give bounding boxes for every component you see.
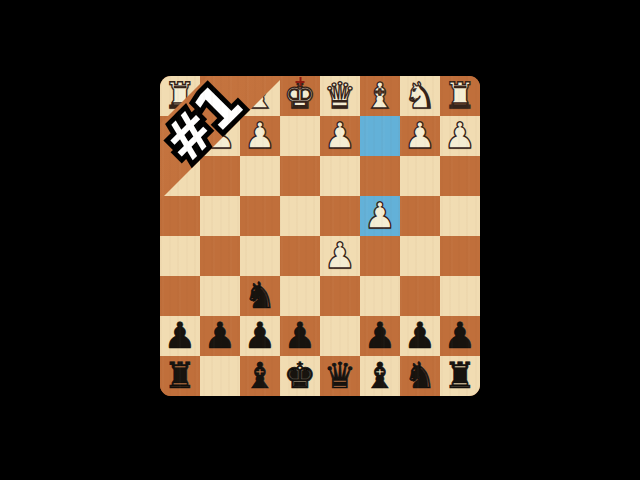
square-e1[interactable]: ♚ — [280, 76, 320, 116]
square-b6[interactable] — [400, 276, 440, 316]
square-f5[interactable] — [240, 236, 280, 276]
white-pawn-piece: ♟ — [404, 116, 436, 156]
black-pawn-piece: ♟ — [444, 316, 476, 356]
black-pawn-piece: ♟ — [284, 316, 316, 356]
square-d6[interactable] — [320, 276, 360, 316]
square-f8[interactable]: ♝ — [240, 356, 280, 396]
square-a4[interactable] — [440, 196, 480, 236]
white-pawn-piece: ♟ — [444, 116, 476, 156]
square-a6[interactable] — [440, 276, 480, 316]
black-pawn-piece: ♟ — [164, 316, 196, 356]
square-b3[interactable] — [400, 156, 440, 196]
black-rook-piece: ♜ — [444, 356, 476, 396]
square-c2[interactable] — [360, 116, 400, 156]
square-e8[interactable]: ♚ — [280, 356, 320, 396]
black-king-piece: ♚ — [284, 356, 316, 396]
square-a1[interactable]: ♜ — [440, 76, 480, 116]
black-pawn-piece: ♟ — [244, 316, 276, 356]
square-b2[interactable]: ♟ — [400, 116, 440, 156]
square-g7[interactable]: ♟ — [200, 316, 240, 356]
square-d8[interactable]: ♛ — [320, 356, 360, 396]
square-a3[interactable] — [440, 156, 480, 196]
white-rook-piece: ♜ — [444, 76, 476, 116]
square-d5[interactable]: ♟ — [320, 236, 360, 276]
square-a8[interactable]: ♜ — [440, 356, 480, 396]
square-d4[interactable] — [320, 196, 360, 236]
king-red-cross-icon — [296, 77, 305, 86]
white-pawn-piece: ♟ — [364, 196, 396, 236]
square-a2[interactable]: ♟ — [440, 116, 480, 156]
square-h8[interactable]: ♜ — [160, 356, 200, 396]
square-h7[interactable]: ♟ — [160, 316, 200, 356]
square-h6[interactable] — [160, 276, 200, 316]
white-knight-piece: ♞ — [404, 76, 436, 116]
square-e6[interactable] — [280, 276, 320, 316]
square-a7[interactable]: ♟ — [440, 316, 480, 356]
black-bishop-piece: ♝ — [364, 356, 396, 396]
square-c8[interactable]: ♝ — [360, 356, 400, 396]
square-e3[interactable] — [280, 156, 320, 196]
square-a5[interactable] — [440, 236, 480, 276]
square-f6[interactable]: ♞ — [240, 276, 280, 316]
square-g5[interactable] — [200, 236, 240, 276]
square-b4[interactable] — [400, 196, 440, 236]
square-g8[interactable] — [200, 356, 240, 396]
white-pawn-piece: ♟ — [324, 236, 356, 276]
square-e2[interactable] — [280, 116, 320, 156]
square-b1[interactable]: ♞ — [400, 76, 440, 116]
square-d1[interactable]: ♛ — [320, 76, 360, 116]
square-d7[interactable] — [320, 316, 360, 356]
black-knight-piece: ♞ — [244, 276, 276, 316]
square-e5[interactable] — [280, 236, 320, 276]
square-b7[interactable]: ♟ — [400, 316, 440, 356]
white-pawn-piece: ♟ — [324, 116, 356, 156]
square-c5[interactable] — [360, 236, 400, 276]
black-pawn-piece: ♟ — [404, 316, 436, 356]
square-c3[interactable] — [360, 156, 400, 196]
square-g4[interactable] — [200, 196, 240, 236]
black-rook-piece: ♜ — [164, 356, 196, 396]
square-c7[interactable]: ♟ — [360, 316, 400, 356]
white-queen-piece: ♛ — [324, 76, 356, 116]
square-e7[interactable]: ♟ — [280, 316, 320, 356]
square-d2[interactable]: ♟ — [320, 116, 360, 156]
square-b5[interactable] — [400, 236, 440, 276]
black-queen-piece: ♛ — [324, 356, 356, 396]
white-bishop-piece: ♝ — [364, 76, 396, 116]
black-knight-piece: ♞ — [404, 356, 436, 396]
black-pawn-piece: ♟ — [204, 316, 236, 356]
black-background: ♜♞♝♚♛♝♞♜♟♟♟♟♟♟♟♟♞♟♟♟♟♟♟♟♜♝♚♛♝♞♜ #1 #1 — [0, 0, 640, 480]
square-c1[interactable]: ♝ — [360, 76, 400, 116]
square-f3[interactable] — [240, 156, 280, 196]
square-c6[interactable] — [360, 276, 400, 316]
square-f7[interactable]: ♟ — [240, 316, 280, 356]
square-e4[interactable] — [280, 196, 320, 236]
chess-board: ♜♞♝♚♛♝♞♜♟♟♟♟♟♟♟♟♞♟♟♟♟♟♟♟♜♝♚♛♝♞♜ #1 #1 — [160, 76, 480, 396]
square-b8[interactable]: ♞ — [400, 356, 440, 396]
square-c4[interactable]: ♟ — [360, 196, 400, 236]
square-h5[interactable] — [160, 236, 200, 276]
square-h4[interactable] — [160, 196, 200, 236]
black-bishop-piece: ♝ — [244, 356, 276, 396]
square-g6[interactable] — [200, 276, 240, 316]
black-pawn-piece: ♟ — [364, 316, 396, 356]
square-f4[interactable] — [240, 196, 280, 236]
square-d3[interactable] — [320, 156, 360, 196]
